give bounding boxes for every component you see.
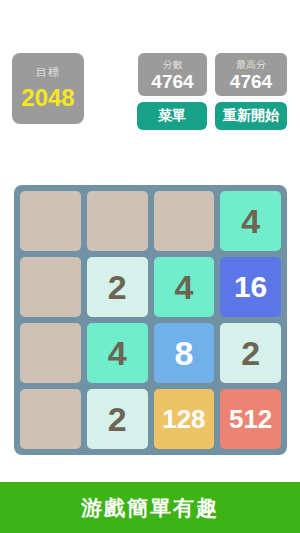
- tile-4: 4: [220, 191, 281, 251]
- score-value: 4764: [151, 72, 193, 92]
- tile-4: 4: [87, 323, 148, 383]
- goal-value: 2048: [21, 84, 74, 112]
- empty-cell: [154, 191, 215, 251]
- empty-cell: [87, 191, 148, 251]
- tile-2: 2: [220, 323, 281, 383]
- tile-4: 4: [154, 257, 215, 317]
- best-score-value: 4764: [230, 72, 272, 92]
- score-box: 分數 4764: [138, 53, 207, 96]
- tile-512: 512: [220, 389, 281, 449]
- tile-2: 2: [87, 257, 148, 317]
- empty-cell: [20, 323, 81, 383]
- best-score-box: 最高分 4764: [215, 53, 287, 96]
- empty-cell: [20, 389, 81, 449]
- best-score-label: 最高分: [236, 58, 266, 72]
- restart-button[interactable]: 重新開始: [215, 102, 287, 130]
- score-label: 分數: [163, 58, 183, 72]
- goal-label: 目標: [36, 65, 60, 80]
- goal-tile: 目標 2048: [12, 53, 84, 124]
- empty-cell: [20, 191, 81, 251]
- empty-cell: [20, 257, 81, 317]
- tile-16: 16: [220, 257, 281, 317]
- tagline: 游戲簡單有趣: [81, 494, 219, 522]
- tile-8: 8: [154, 323, 215, 383]
- tile-128: 128: [154, 389, 215, 449]
- footer-banner: 游戲簡單有趣: [0, 482, 300, 533]
- menu-button[interactable]: 菜單: [137, 102, 207, 130]
- game-board[interactable]: 424164822128512: [14, 185, 287, 455]
- tile-2: 2: [87, 389, 148, 449]
